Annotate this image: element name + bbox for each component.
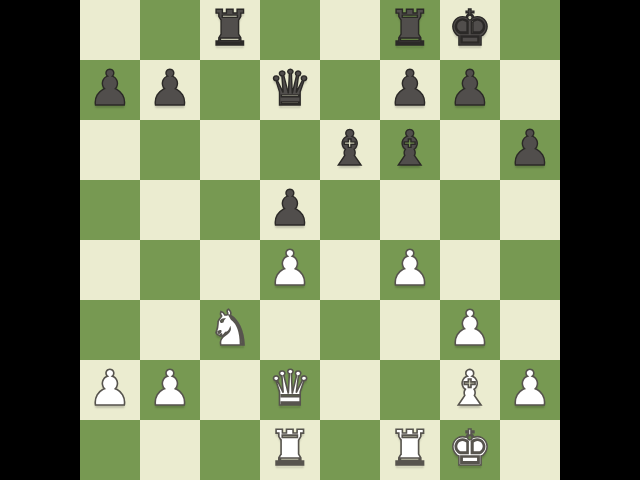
square-g8[interactable]: ♚ xyxy=(440,0,500,60)
square-d1[interactable]: ♜ xyxy=(260,420,320,480)
square-h3[interactable] xyxy=(500,300,560,360)
square-h6[interactable]: ♟ xyxy=(500,120,560,180)
square-g1[interactable]: ♚ xyxy=(440,420,500,480)
piece-white-queen[interactable]: ♛ xyxy=(260,360,320,420)
piece-black-rook[interactable]: ♜ xyxy=(200,0,260,60)
chess-app-stage: ♜♜♚♟♟♛♟♟♝♝♟♟♟♟♞♟♟♟♛♝♟♜♜♚ xyxy=(0,0,640,480)
piece-white-rook[interactable]: ♜ xyxy=(380,420,440,480)
square-e5[interactable] xyxy=(320,180,380,240)
square-e6[interactable]: ♝ xyxy=(320,120,380,180)
square-f7[interactable]: ♟ xyxy=(380,60,440,120)
square-f1[interactable]: ♜ xyxy=(380,420,440,480)
square-e7[interactable] xyxy=(320,60,380,120)
piece-black-pawn[interactable]: ♟ xyxy=(500,120,560,180)
square-g6[interactable] xyxy=(440,120,500,180)
square-g3[interactable]: ♟ xyxy=(440,300,500,360)
square-d7[interactable]: ♛ xyxy=(260,60,320,120)
square-h8[interactable] xyxy=(500,0,560,60)
piece-black-queen[interactable]: ♛ xyxy=(260,60,320,120)
square-h5[interactable] xyxy=(500,180,560,240)
piece-white-pawn[interactable]: ♟ xyxy=(440,300,500,360)
square-b8[interactable] xyxy=(140,0,200,60)
square-a5[interactable] xyxy=(80,180,140,240)
square-e2[interactable] xyxy=(320,360,380,420)
square-e8[interactable] xyxy=(320,0,380,60)
square-b3[interactable] xyxy=(140,300,200,360)
square-d5[interactable]: ♟ xyxy=(260,180,320,240)
square-b7[interactable]: ♟ xyxy=(140,60,200,120)
square-f4[interactable]: ♟ xyxy=(380,240,440,300)
square-a2[interactable]: ♟ xyxy=(80,360,140,420)
square-c2[interactable] xyxy=(200,360,260,420)
square-h1[interactable] xyxy=(500,420,560,480)
square-g7[interactable]: ♟ xyxy=(440,60,500,120)
piece-black-pawn[interactable]: ♟ xyxy=(380,60,440,120)
piece-black-rook[interactable]: ♜ xyxy=(380,0,440,60)
square-a8[interactable] xyxy=(80,0,140,60)
square-b4[interactable] xyxy=(140,240,200,300)
square-d3[interactable] xyxy=(260,300,320,360)
square-a3[interactable] xyxy=(80,300,140,360)
square-a7[interactable]: ♟ xyxy=(80,60,140,120)
square-h4[interactable] xyxy=(500,240,560,300)
square-f8[interactable]: ♜ xyxy=(380,0,440,60)
square-c5[interactable] xyxy=(200,180,260,240)
square-e1[interactable] xyxy=(320,420,380,480)
piece-white-king[interactable]: ♚ xyxy=(440,420,500,480)
letterbox-right xyxy=(560,0,640,480)
square-a6[interactable] xyxy=(80,120,140,180)
piece-black-pawn[interactable]: ♟ xyxy=(260,180,320,240)
square-g2[interactable]: ♝ xyxy=(440,360,500,420)
piece-white-pawn[interactable]: ♟ xyxy=(260,240,320,300)
square-b1[interactable] xyxy=(140,420,200,480)
piece-black-pawn[interactable]: ♟ xyxy=(80,60,140,120)
square-d8[interactable] xyxy=(260,0,320,60)
square-a4[interactable] xyxy=(80,240,140,300)
square-f6[interactable]: ♝ xyxy=(380,120,440,180)
piece-black-bishop[interactable]: ♝ xyxy=(320,120,380,180)
piece-white-pawn[interactable]: ♟ xyxy=(380,240,440,300)
square-b6[interactable] xyxy=(140,120,200,180)
square-d2[interactable]: ♛ xyxy=(260,360,320,420)
square-e3[interactable] xyxy=(320,300,380,360)
square-a1[interactable] xyxy=(80,420,140,480)
piece-white-pawn[interactable]: ♟ xyxy=(500,360,560,420)
square-b2[interactable]: ♟ xyxy=(140,360,200,420)
square-d4[interactable]: ♟ xyxy=(260,240,320,300)
square-c8[interactable]: ♜ xyxy=(200,0,260,60)
square-c6[interactable] xyxy=(200,120,260,180)
square-c7[interactable] xyxy=(200,60,260,120)
square-b5[interactable] xyxy=(140,180,200,240)
square-d6[interactable] xyxy=(260,120,320,180)
piece-white-pawn[interactable]: ♟ xyxy=(80,360,140,420)
letterbox-left xyxy=(0,0,80,480)
square-f2[interactable] xyxy=(380,360,440,420)
square-c4[interactable] xyxy=(200,240,260,300)
piece-black-pawn[interactable]: ♟ xyxy=(440,60,500,120)
chess-board: ♜♜♚♟♟♛♟♟♝♝♟♟♟♟♞♟♟♟♛♝♟♜♜♚ xyxy=(80,0,560,480)
square-e4[interactable] xyxy=(320,240,380,300)
piece-black-king[interactable]: ♚ xyxy=(440,0,500,60)
piece-white-bishop[interactable]: ♝ xyxy=(440,360,500,420)
square-f3[interactable] xyxy=(380,300,440,360)
piece-black-bishop[interactable]: ♝ xyxy=(380,120,440,180)
square-h2[interactable]: ♟ xyxy=(500,360,560,420)
square-g4[interactable] xyxy=(440,240,500,300)
square-c1[interactable] xyxy=(200,420,260,480)
square-h7[interactable] xyxy=(500,60,560,120)
square-f5[interactable] xyxy=(380,180,440,240)
square-c3[interactable]: ♞ xyxy=(200,300,260,360)
piece-white-knight[interactable]: ♞ xyxy=(200,300,260,360)
piece-white-pawn[interactable]: ♟ xyxy=(140,360,200,420)
piece-black-pawn[interactable]: ♟ xyxy=(140,60,200,120)
piece-white-rook[interactable]: ♜ xyxy=(260,420,320,480)
square-g5[interactable] xyxy=(440,180,500,240)
